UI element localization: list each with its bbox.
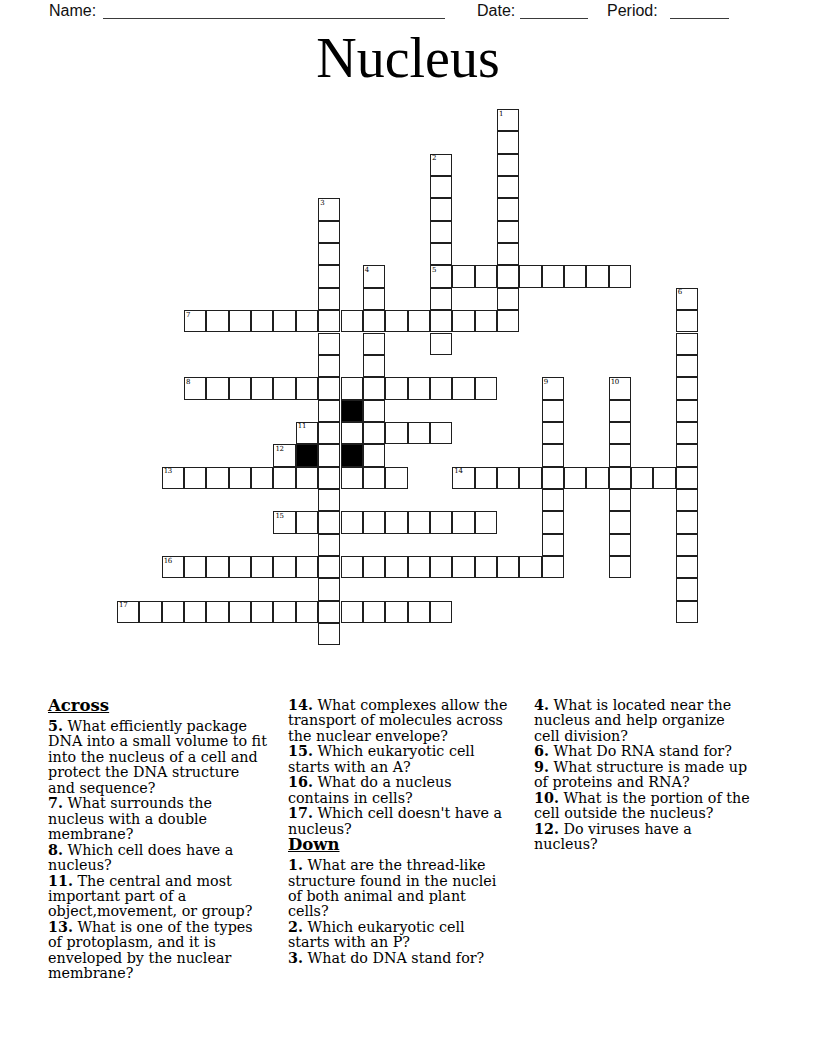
grid-cell[interactable] [497, 221, 519, 243]
across-header: Across [48, 698, 268, 714]
grid-cell[interactable] [341, 377, 363, 399]
clue-number: 1. [288, 857, 303, 873]
grid-cell[interactable] [318, 534, 340, 556]
grid-cell[interactable] [676, 422, 698, 444]
clue-column-2: 14. What complexes allow the transport o… [288, 698, 508, 966]
clue-number: 15. [288, 743, 313, 759]
grid-cell[interactable] [542, 467, 564, 489]
grid-cell[interactable] [162, 601, 184, 623]
grid-cell[interactable] [497, 288, 519, 310]
grid-cell[interactable] [318, 243, 340, 265]
grid-cell[interactable] [273, 310, 295, 332]
name-label: Name: [49, 2, 96, 20]
grid-cell-black [341, 444, 363, 466]
grid-cell[interactable] [497, 243, 519, 265]
cell-number: 11 [298, 423, 306, 430]
grid-cell[interactable] [206, 377, 228, 399]
cell-number: 15 [275, 513, 283, 520]
clue-number: 12. [534, 821, 559, 837]
grid-cell[interactable] [273, 467, 295, 489]
grid-cell[interactable] [363, 355, 385, 377]
grid-cell[interactable] [497, 467, 519, 489]
grid-cell[interactable] [341, 467, 363, 489]
grid-cell[interactable] [363, 310, 385, 332]
grid-cell[interactable] [318, 288, 340, 310]
clue-number: 6. [534, 743, 549, 759]
across-clue-7: 7. What surrounds the nucleus with a dou… [48, 796, 268, 842]
across-clue-8: 8. Which cell does have a nucleus? [48, 843, 268, 874]
grid-cell[interactable] [363, 377, 385, 399]
grid-cell[interactable] [296, 467, 318, 489]
date-field[interactable] [520, 3, 588, 19]
across-clue-13: 13. What is one of the types of protopla… [48, 920, 268, 982]
grid-cell[interactable] [452, 310, 474, 332]
cell-number: 16 [164, 558, 172, 565]
grid-cell[interactable] [139, 601, 161, 623]
clue-number: 13. [48, 919, 73, 935]
clue-number: 5. [48, 718, 63, 734]
clue-number: 8. [48, 842, 63, 858]
across-clue-5: 5. What efficiently package DNA into a s… [48, 719, 268, 796]
grid-cell[interactable] [296, 601, 318, 623]
grid-cell[interactable] [475, 265, 497, 287]
grid-cell-black [341, 400, 363, 422]
grid-cell[interactable] [519, 467, 541, 489]
cell-number: 10 [611, 379, 619, 386]
grid-cell[interactable] [586, 265, 608, 287]
crossword-grid: 1234567891011121314151617 [117, 109, 699, 646]
grid-cell[interactable] [184, 601, 206, 623]
down-clue-2: 2. Which eukaryotic cell starts with an … [288, 920, 508, 951]
grid-cell[interactable] [452, 265, 474, 287]
grid-cell[interactable] [229, 556, 251, 578]
cell-number: 6 [678, 289, 682, 296]
grid-cell[interactable] [273, 556, 295, 578]
grid-cell[interactable] [408, 556, 430, 578]
grid-cell[interactable] [206, 310, 228, 332]
cell-number: 1 [499, 111, 503, 118]
grid-cell[interactable] [206, 556, 228, 578]
clue-number: 14. [288, 697, 313, 713]
grid-cell[interactable] [318, 422, 340, 444]
grid-cell[interactable] [542, 422, 564, 444]
grid-cell[interactable] [251, 467, 273, 489]
grid-cell[interactable] [497, 154, 519, 176]
cell-number: 8 [186, 379, 190, 386]
grid-cell[interactable] [363, 444, 385, 466]
grid-cell[interactable] [475, 556, 497, 578]
grid-cell[interactable] [609, 400, 631, 422]
grid-cell[interactable] [363, 400, 385, 422]
grid-cell[interactable] [497, 131, 519, 153]
grid-cell[interactable] [318, 400, 340, 422]
grid-cell[interactable] [609, 265, 631, 287]
grid-cell[interactable] [430, 377, 452, 399]
grid-cell[interactable] [609, 489, 631, 511]
grid-cell[interactable] [318, 265, 340, 287]
grid-cell[interactable] [363, 333, 385, 355]
grid-cell[interactable] [251, 377, 273, 399]
grid-cell[interactable] [318, 355, 340, 377]
across-clue-16: 16. What do a nucleus contains in cells? [288, 775, 508, 806]
grid-cell[interactable] [363, 467, 385, 489]
grid-cell[interactable] [430, 198, 452, 220]
grid-cell[interactable] [408, 422, 430, 444]
grid-cell[interactable] [676, 377, 698, 399]
grid-cell[interactable] [676, 489, 698, 511]
across-clue-15: 15. Which eukaryotic cell starts with an… [288, 744, 508, 775]
cell-number: 9 [544, 379, 548, 386]
grid-cell[interactable] [273, 377, 295, 399]
grid-cell[interactable] [363, 288, 385, 310]
across-clue-17: 17. Which cell doesn't have a nucleus? [288, 806, 508, 837]
clue-number: 16. [288, 774, 313, 790]
grid-cell[interactable] [408, 310, 430, 332]
down-clue-10: 10. What is the portion of the cell outs… [534, 791, 754, 822]
grid-cell[interactable] [564, 467, 586, 489]
grid-cell[interactable] [430, 176, 452, 198]
grid-cell[interactable] [385, 556, 407, 578]
clue-number: 17. [288, 805, 313, 821]
grid-cell[interactable] [609, 422, 631, 444]
grid-cell[interactable] [631, 467, 653, 489]
cell-number: 17 [119, 602, 127, 609]
grid-cell[interactable] [296, 511, 318, 533]
grid-cell[interactable] [363, 601, 385, 623]
clue-number: 10. [534, 790, 559, 806]
grid-cell[interactable] [296, 377, 318, 399]
grid-cell[interactable] [341, 601, 363, 623]
down-clue-9: 9. What structure is made up of proteins… [534, 760, 754, 791]
grid-cell[interactable] [676, 534, 698, 556]
grid-cell[interactable] [609, 534, 631, 556]
grid-cell[interactable] [318, 444, 340, 466]
grid-cell[interactable] [341, 556, 363, 578]
grid-cell[interactable] [318, 489, 340, 511]
period-label: Period: [607, 2, 658, 20]
down-clue-6: 6. What Do RNA stand for? [534, 744, 754, 759]
grid-cell[interactable] [385, 422, 407, 444]
grid-cell[interactable] [542, 511, 564, 533]
grid-cell[interactable] [318, 511, 340, 533]
grid-cell[interactable] [497, 198, 519, 220]
grid-cell[interactable] [341, 422, 363, 444]
grid-cell[interactable] [229, 601, 251, 623]
grid-cell[interactable] [385, 511, 407, 533]
grid-cell[interactable] [184, 556, 206, 578]
grid-cell[interactable] [318, 333, 340, 355]
grid-cell[interactable] [676, 578, 698, 600]
clue-number: 2. [288, 919, 303, 935]
grid-cell[interactable] [430, 310, 452, 332]
grid-cell[interactable] [341, 511, 363, 533]
cell-number: 13 [164, 468, 172, 475]
grid-cell[interactable] [385, 377, 407, 399]
grid-cell[interactable] [452, 511, 474, 533]
date-label: Date: [477, 2, 515, 20]
down-clue-1: 1. What are the thread-like structure fo… [288, 858, 508, 920]
grid-cell[interactable] [385, 310, 407, 332]
grid-cell[interactable] [318, 377, 340, 399]
grid-cell[interactable] [586, 467, 608, 489]
grid-cell[interactable] [318, 467, 340, 489]
grid-cell[interactable] [475, 310, 497, 332]
cell-number: 14 [454, 468, 462, 475]
grid-cell[interactable] [609, 467, 631, 489]
grid-cell[interactable] [452, 556, 474, 578]
down-header: Down [288, 837, 508, 853]
grid-cell[interactable] [609, 444, 631, 466]
grid-cell[interactable] [452, 377, 474, 399]
period-field[interactable] [670, 3, 729, 19]
grid-cell[interactable] [430, 243, 452, 265]
cell-number: 2 [432, 155, 436, 162]
grid-cell[interactable] [341, 310, 363, 332]
grid-cell[interactable] [229, 377, 251, 399]
grid-cell[interactable] [430, 422, 452, 444]
grid-cell[interactable] [408, 511, 430, 533]
grid-cell[interactable] [676, 556, 698, 578]
clue-number: 4. [534, 697, 549, 713]
grid-cell[interactable] [542, 265, 564, 287]
grid-cell[interactable] [475, 377, 497, 399]
grid-cell[interactable] [676, 355, 698, 377]
cell-number: 12 [275, 446, 283, 453]
down-clue-3: 3. What do DNA stand for? [288, 951, 508, 966]
grid-cell[interactable] [475, 467, 497, 489]
across-clue-11: 11. The central and most important part … [48, 874, 268, 920]
grid-cell[interactable] [273, 601, 295, 623]
grid-cell[interactable] [676, 444, 698, 466]
grid-cell[interactable] [676, 511, 698, 533]
clue-number: 9. [534, 759, 549, 775]
grid-cell[interactable] [676, 467, 698, 489]
grid-cell[interactable] [251, 310, 273, 332]
grid-cell[interactable] [408, 377, 430, 399]
grid-cell[interactable] [542, 489, 564, 511]
grid-cell[interactable] [251, 601, 273, 623]
grid-cell[interactable] [251, 556, 273, 578]
grid-cell[interactable] [318, 556, 340, 578]
page-title: Nucleus [0, 27, 816, 89]
worksheet-page: { "game": "crossword", "title": "Nucleus… [0, 0, 816, 1056]
across-clue-14: 14. What complexes allow the transport o… [288, 698, 508, 744]
grid-cell[interactable] [497, 176, 519, 198]
grid-cell[interactable] [430, 511, 452, 533]
grid-cell[interactable] [676, 333, 698, 355]
grid-cell-black [296, 444, 318, 466]
grid-cell[interactable] [318, 578, 340, 600]
grid-cell[interactable] [430, 333, 452, 355]
cell-number: 5 [432, 267, 436, 274]
grid-cell[interactable] [542, 444, 564, 466]
down-clue-12: 12. Do viruses have a nucleus? [534, 822, 754, 853]
grid-cell[interactable] [385, 601, 407, 623]
grid-cell[interactable] [363, 556, 385, 578]
grid-cell[interactable] [519, 556, 541, 578]
grid-cell[interactable] [385, 467, 407, 489]
grid-cell[interactable] [408, 601, 430, 623]
grid-cell[interactable] [497, 310, 519, 332]
grid-cell[interactable] [542, 556, 564, 578]
grid-cell[interactable] [363, 422, 385, 444]
grid-cell[interactable] [475, 511, 497, 533]
grid-cell[interactable] [430, 221, 452, 243]
grid-cell[interactable] [676, 400, 698, 422]
grid-cell[interactable] [206, 601, 228, 623]
grid-cell[interactable] [519, 265, 541, 287]
grid-cell[interactable] [318, 623, 340, 645]
grid-cell[interactable] [430, 601, 452, 623]
clue-number: 11. [48, 873, 73, 889]
grid-cell[interactable] [318, 310, 340, 332]
grid-cell[interactable] [184, 467, 206, 489]
grid-cell[interactable] [318, 221, 340, 243]
grid-cell[interactable] [609, 556, 631, 578]
name-field[interactable] [103, 3, 445, 19]
grid-cell[interactable] [676, 601, 698, 623]
grid-cell[interactable] [318, 601, 340, 623]
grid-cell[interactable] [542, 534, 564, 556]
clue-column-3: 4. What is located near the nucleus and … [534, 698, 754, 853]
clue-number: 7. [48, 795, 63, 811]
grid-cell[interactable] [229, 467, 251, 489]
clue-column-1: Across5. What efficiently package DNA in… [48, 698, 268, 982]
grid-cell[interactable] [676, 310, 698, 332]
grid-cell[interactable] [497, 556, 519, 578]
grid-cell[interactable] [296, 310, 318, 332]
grid-cell[interactable] [564, 265, 586, 287]
grid-cell[interactable] [497, 265, 519, 287]
grid-cell[interactable] [609, 511, 631, 533]
cell-number: 3 [320, 200, 324, 207]
cell-number: 4 [365, 267, 369, 274]
down-clue-4: 4. What is located near the nucleus and … [534, 698, 754, 744]
clue-number: 3. [288, 950, 303, 966]
grid-cell[interactable] [363, 511, 385, 533]
grid-cell[interactable] [542, 400, 564, 422]
cell-number: 7 [186, 312, 190, 319]
grid-cell[interactable] [229, 310, 251, 332]
grid-cell[interactable] [430, 288, 452, 310]
grid-cell[interactable] [296, 556, 318, 578]
grid-cell[interactable] [206, 467, 228, 489]
grid-cell[interactable] [653, 467, 675, 489]
grid-cell[interactable] [430, 556, 452, 578]
